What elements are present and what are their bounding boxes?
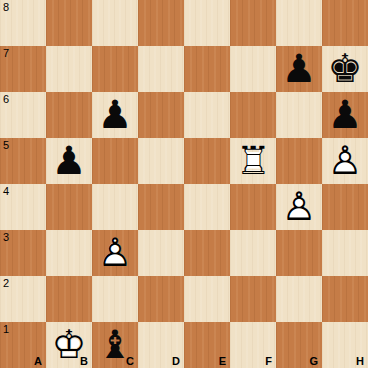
- rank-label-7: 7: [3, 47, 9, 59]
- square-e8[interactable]: [184, 0, 230, 46]
- square-e6[interactable]: [184, 92, 230, 138]
- square-c1[interactable]: C♝: [92, 322, 138, 368]
- square-g2[interactable]: [276, 276, 322, 322]
- square-b6[interactable]: [46, 92, 92, 138]
- white-rook-outline-icon: ♖: [230, 138, 276, 184]
- square-d7[interactable]: [138, 46, 184, 92]
- square-a2[interactable]: 2: [0, 276, 46, 322]
- square-g5[interactable]: [276, 138, 322, 184]
- file-label-f: F: [265, 355, 272, 367]
- square-f5[interactable]: ♜♖: [230, 138, 276, 184]
- square-c5[interactable]: [92, 138, 138, 184]
- square-f6[interactable]: [230, 92, 276, 138]
- file-label-e: E: [219, 355, 226, 367]
- file-label-a: A: [34, 355, 42, 367]
- square-d3[interactable]: [138, 230, 184, 276]
- square-a8[interactable]: 8: [0, 0, 46, 46]
- rank-label-2: 2: [3, 277, 9, 289]
- square-e3[interactable]: [184, 230, 230, 276]
- rank-label-5: 5: [3, 139, 9, 151]
- square-d2[interactable]: [138, 276, 184, 322]
- square-d6[interactable]: [138, 92, 184, 138]
- square-g4[interactable]: ♟♙: [276, 184, 322, 230]
- square-g3[interactable]: [276, 230, 322, 276]
- square-h3[interactable]: [322, 230, 368, 276]
- rank-label-1: 1: [3, 323, 9, 335]
- square-f8[interactable]: [230, 0, 276, 46]
- square-e2[interactable]: [184, 276, 230, 322]
- white-pawn-outline-icon: ♙: [92, 230, 138, 276]
- square-h4[interactable]: [322, 184, 368, 230]
- white-pawn-outline-icon: ♙: [322, 138, 368, 184]
- square-c4[interactable]: [92, 184, 138, 230]
- chess-board: 87♟♚6♟♟5♟♜♖♟♙4♟♙3♟♙21AB♚♔C♝DEFGH: [0, 0, 368, 368]
- square-b8[interactable]: [46, 0, 92, 46]
- square-g7[interactable]: ♟: [276, 46, 322, 92]
- square-b7[interactable]: [46, 46, 92, 92]
- black-pawn-icon: ♟: [322, 92, 368, 138]
- white-pawn-outline-icon: ♙: [276, 184, 322, 230]
- white-pawn-g4[interactable]: ♟♙: [276, 184, 322, 230]
- square-h8[interactable]: [322, 0, 368, 46]
- square-h1[interactable]: H: [322, 322, 368, 368]
- square-b4[interactable]: [46, 184, 92, 230]
- square-a6[interactable]: 6: [0, 92, 46, 138]
- file-label-g: G: [309, 355, 318, 367]
- square-a5[interactable]: 5: [0, 138, 46, 184]
- square-c3[interactable]: ♟♙: [92, 230, 138, 276]
- square-g6[interactable]: [276, 92, 322, 138]
- black-pawn-b5[interactable]: ♟: [46, 138, 92, 184]
- square-b2[interactable]: [46, 276, 92, 322]
- square-a7[interactable]: 7: [0, 46, 46, 92]
- square-g1[interactable]: G: [276, 322, 322, 368]
- black-pawn-c6[interactable]: ♟: [92, 92, 138, 138]
- white-pawn-c3[interactable]: ♟♙: [92, 230, 138, 276]
- square-h2[interactable]: [322, 276, 368, 322]
- square-e4[interactable]: [184, 184, 230, 230]
- square-d5[interactable]: [138, 138, 184, 184]
- square-b3[interactable]: [46, 230, 92, 276]
- square-d8[interactable]: [138, 0, 184, 46]
- black-pawn-icon: ♟: [276, 46, 322, 92]
- black-pawn-g7[interactable]: ♟: [276, 46, 322, 92]
- white-pawn-h5[interactable]: ♟♙: [322, 138, 368, 184]
- rank-label-6: 6: [3, 93, 9, 105]
- square-f4[interactable]: [230, 184, 276, 230]
- square-d1[interactable]: D: [138, 322, 184, 368]
- square-d4[interactable]: [138, 184, 184, 230]
- square-e7[interactable]: [184, 46, 230, 92]
- white-king-b1[interactable]: ♚♔: [46, 322, 92, 368]
- file-label-d: D: [172, 355, 180, 367]
- square-b5[interactable]: ♟: [46, 138, 92, 184]
- black-pawn-h6[interactable]: ♟: [322, 92, 368, 138]
- rank-label-4: 4: [3, 185, 9, 197]
- square-h5[interactable]: ♟♙: [322, 138, 368, 184]
- square-c2[interactable]: [92, 276, 138, 322]
- file-label-h: H: [356, 355, 364, 367]
- square-e5[interactable]: [184, 138, 230, 184]
- black-king-h7[interactable]: ♚: [322, 46, 368, 92]
- square-f1[interactable]: F: [230, 322, 276, 368]
- square-a3[interactable]: 3: [0, 230, 46, 276]
- rank-label-8: 8: [3, 1, 9, 13]
- rank-label-3: 3: [3, 231, 9, 243]
- square-c7[interactable]: [92, 46, 138, 92]
- square-h7[interactable]: ♚: [322, 46, 368, 92]
- square-f2[interactable]: [230, 276, 276, 322]
- white-king-outline-icon: ♔: [46, 322, 92, 368]
- square-c8[interactable]: [92, 0, 138, 46]
- square-f3[interactable]: [230, 230, 276, 276]
- square-b1[interactable]: B♚♔: [46, 322, 92, 368]
- square-a4[interactable]: 4: [0, 184, 46, 230]
- black-bishop-icon: ♝: [92, 322, 138, 368]
- square-c6[interactable]: ♟: [92, 92, 138, 138]
- square-f7[interactable]: [230, 46, 276, 92]
- square-a1[interactable]: 1A: [0, 322, 46, 368]
- white-rook-f5[interactable]: ♜♖: [230, 138, 276, 184]
- square-e1[interactable]: E: [184, 322, 230, 368]
- black-pawn-icon: ♟: [92, 92, 138, 138]
- black-king-icon: ♚: [322, 46, 368, 92]
- black-bishop-c1[interactable]: ♝: [92, 322, 138, 368]
- black-pawn-icon: ♟: [46, 138, 92, 184]
- square-g8[interactable]: [276, 0, 322, 46]
- square-h6[interactable]: ♟: [322, 92, 368, 138]
